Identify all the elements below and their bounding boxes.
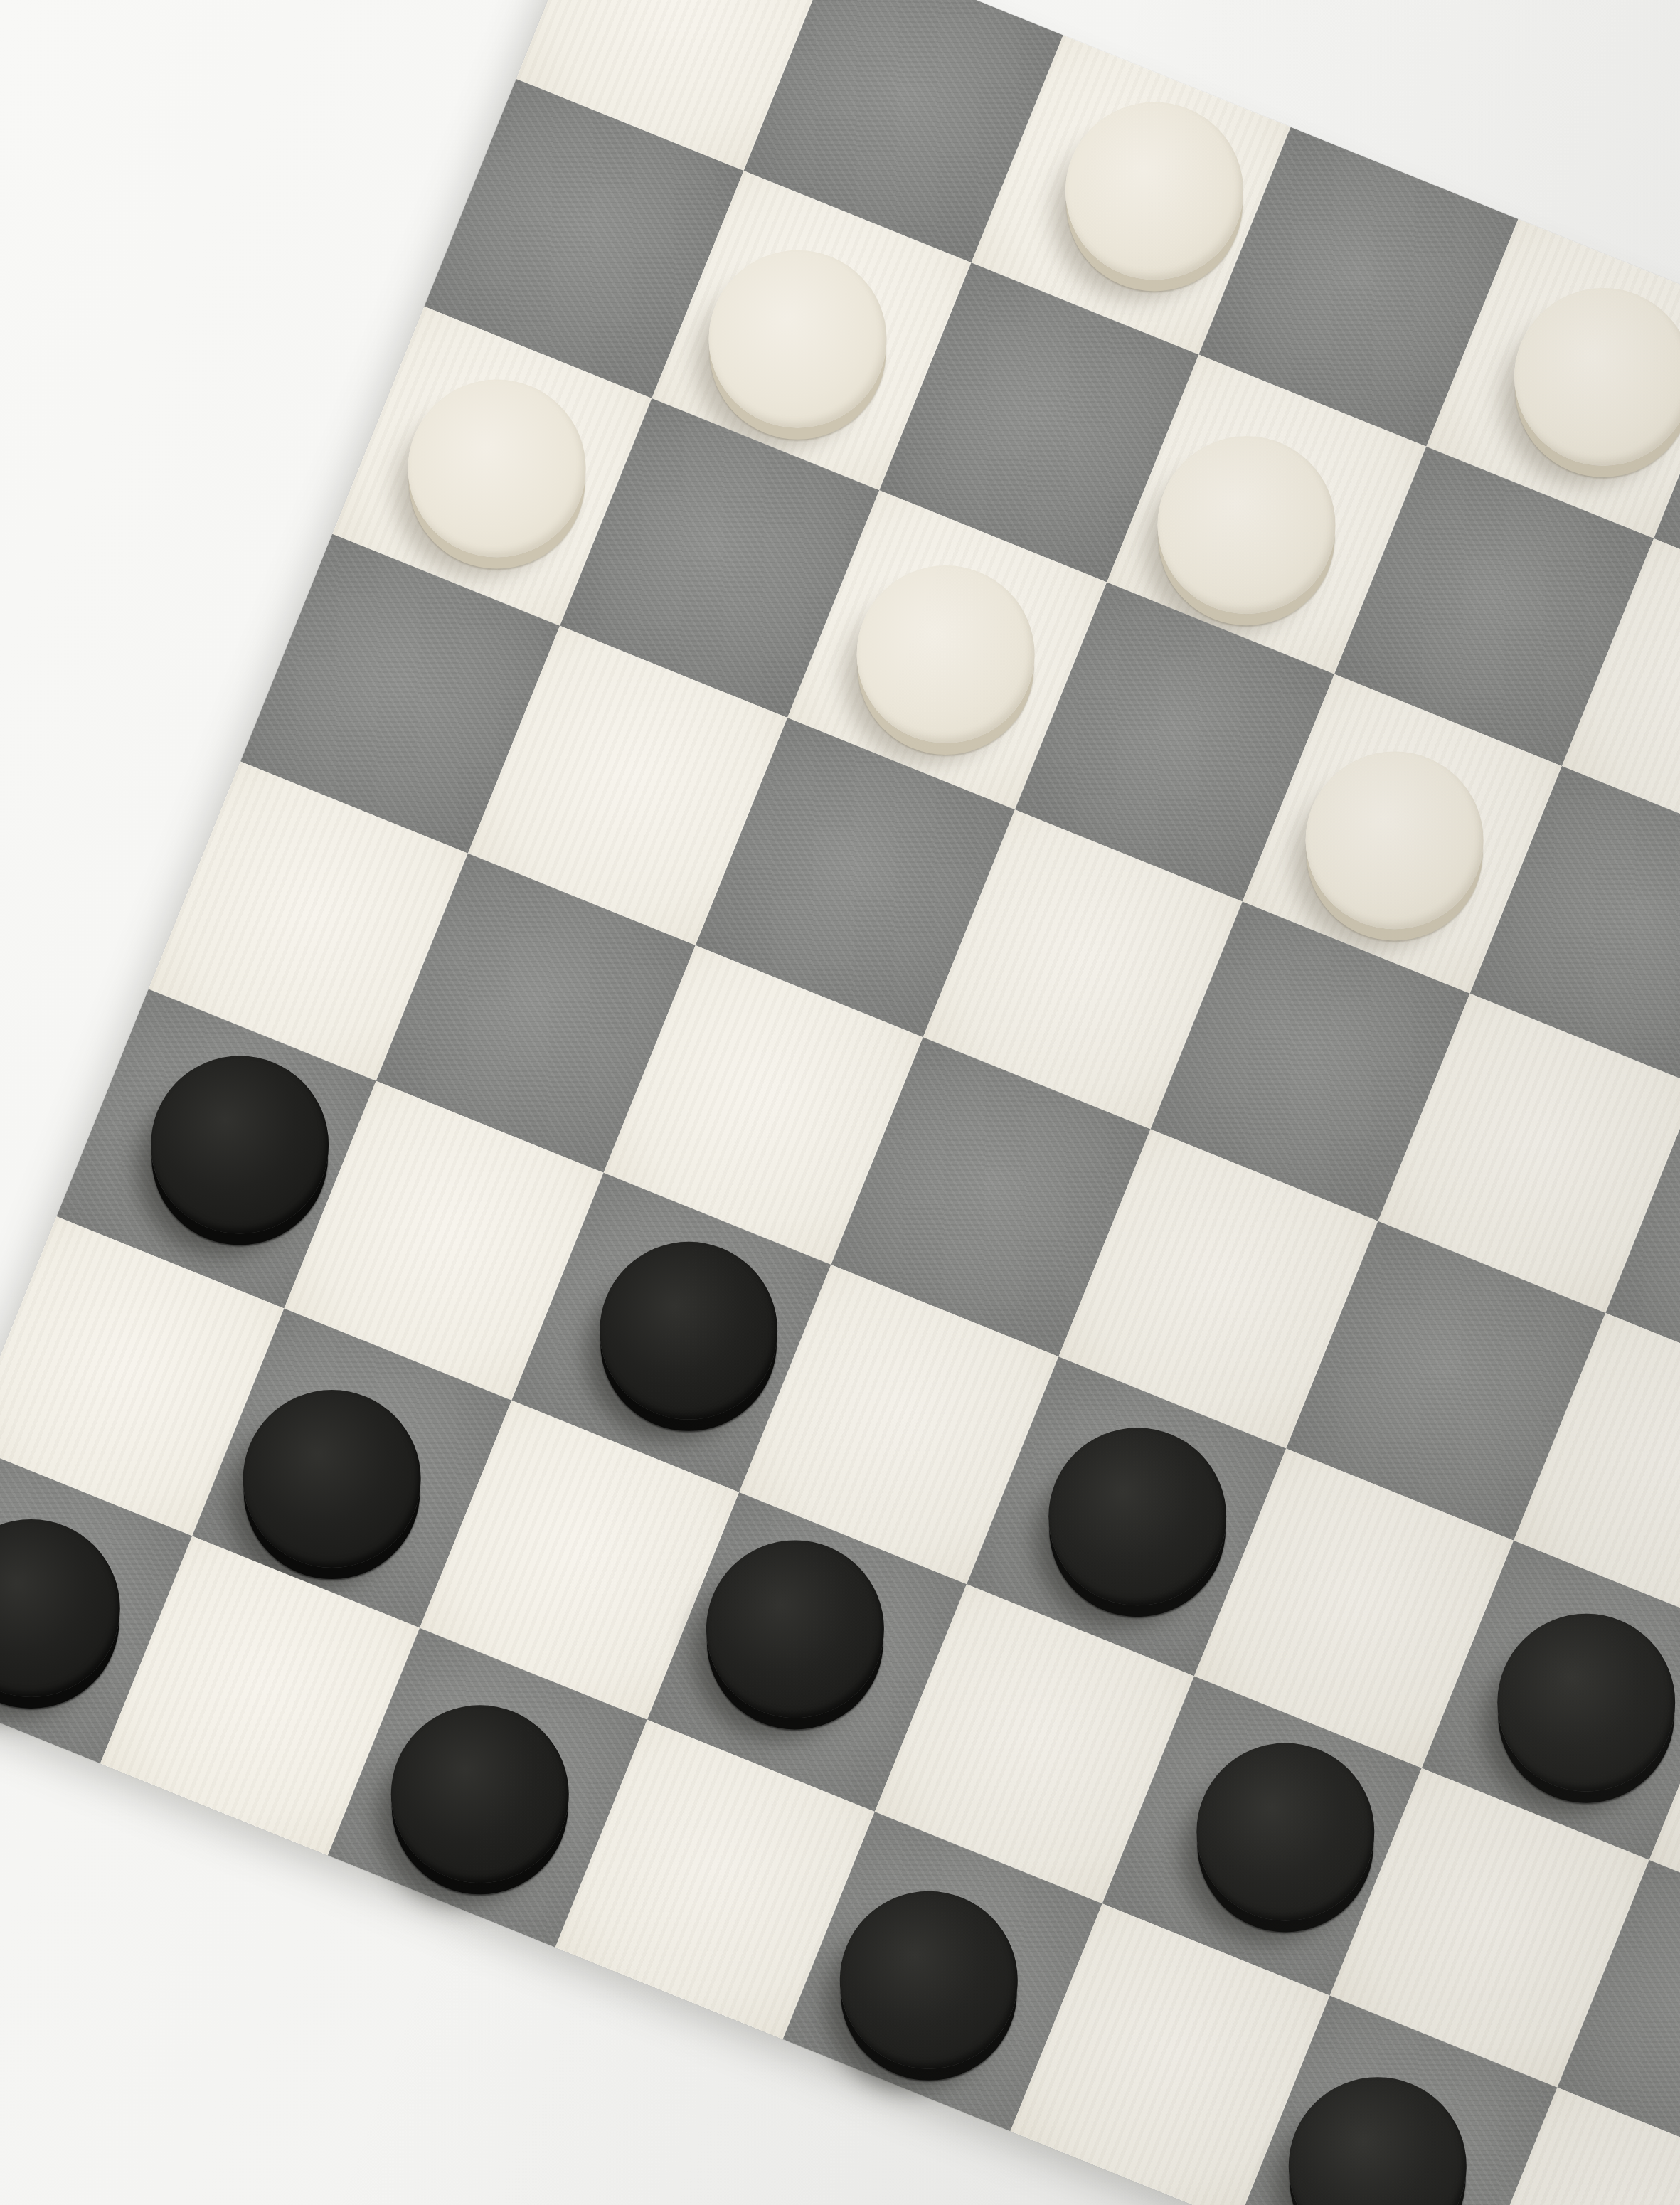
black-checker-piece[interactable] bbox=[151, 1056, 329, 1233]
black-checker-piece[interactable] bbox=[1048, 1428, 1226, 1605]
black-checker-piece[interactable] bbox=[600, 1241, 777, 1419]
white-checker-piece[interactable] bbox=[1065, 102, 1243, 280]
white-checker-piece[interactable] bbox=[1157, 436, 1335, 614]
white-checker-piece[interactable] bbox=[1514, 287, 1680, 465]
black-checker-piece[interactable] bbox=[706, 1540, 884, 1718]
black-checker-piece[interactable] bbox=[1196, 1743, 1374, 1920]
black-checker-piece[interactable] bbox=[1288, 2077, 1466, 2205]
black-checker-piece[interactable] bbox=[1497, 1613, 1675, 1791]
photo-scene bbox=[0, 0, 1680, 2205]
black-checker-piece[interactable] bbox=[243, 1389, 420, 1567]
black-checker-piece[interactable] bbox=[0, 1519, 119, 1696]
white-checker-piece[interactable] bbox=[708, 250, 886, 427]
white-checker-piece[interactable] bbox=[856, 565, 1034, 743]
black-checker-piece[interactable] bbox=[390, 1705, 568, 1883]
checkers-board bbox=[0, 0, 1680, 2205]
white-checker-piece[interactable] bbox=[408, 379, 585, 557]
white-checker-piece[interactable] bbox=[1305, 751, 1483, 929]
black-checker-piece[interactable] bbox=[839, 1891, 1017, 2068]
